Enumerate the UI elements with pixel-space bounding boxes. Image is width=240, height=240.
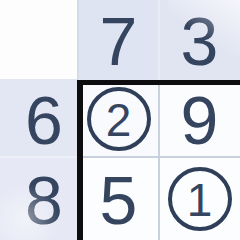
cell-value: 1 bbox=[187, 177, 213, 223]
circle-mark: 2 bbox=[87, 87, 151, 151]
cell-value: 8 bbox=[25, 166, 63, 234]
cell-value: 5 bbox=[100, 166, 138, 234]
sudoku-board: 7 3 6 2 9 8 5 1 bbox=[0, 0, 240, 240]
cell-value: 9 bbox=[181, 86, 219, 154]
cell-r1c1[interactable]: 2 bbox=[78, 80, 159, 157]
cell-r0c0[interactable] bbox=[0, 0, 78, 80]
cell-value: 7 bbox=[100, 7, 138, 75]
cell-value: 3 bbox=[181, 7, 219, 75]
circle-mark: 1 bbox=[168, 167, 232, 231]
cell-r0c2[interactable]: 3 bbox=[159, 0, 240, 80]
cell-r2c0[interactable]: 8 bbox=[0, 157, 78, 240]
cell-r1c2[interactable]: 9 bbox=[159, 80, 240, 157]
cell-value: 2 bbox=[106, 97, 132, 143]
cell-value: 6 bbox=[25, 86, 63, 154]
cell-r0c1[interactable]: 7 bbox=[78, 0, 159, 80]
cell-r2c2[interactable]: 1 bbox=[159, 157, 240, 240]
cell-r2c1[interactable]: 5 bbox=[78, 157, 159, 240]
cell-r1c0[interactable]: 6 bbox=[0, 80, 78, 157]
